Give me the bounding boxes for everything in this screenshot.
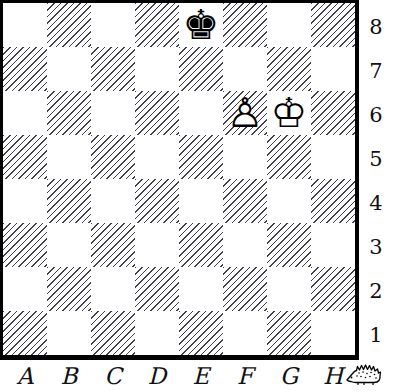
square-c3[interactable] [91,223,135,267]
white-pawn-piece: ♟♙ [223,91,267,135]
rank-label-4: 4 [363,181,389,225]
square-a8[interactable] [3,3,47,47]
white-king-glyph: ♔ [267,91,311,135]
square-e1[interactable] [179,311,223,355]
square-g7[interactable] [267,47,311,91]
file-labels: A B C D E F G H [3,361,355,391]
square-f7[interactable] [223,47,267,91]
square-c2[interactable] [91,267,135,311]
square-g2[interactable] [267,267,311,311]
chess-diagram: ♚♟♙♚♔ 8 7 6 5 4 3 2 1 A B C D E F G H [0,0,406,392]
file-label-a: A [3,361,47,391]
square-f2[interactable] [223,267,267,311]
square-h4[interactable] [311,179,355,223]
square-a4[interactable] [3,179,47,223]
square-f3[interactable] [223,223,267,267]
square-c5[interactable] [91,135,135,179]
square-f1[interactable] [223,311,267,355]
square-h8[interactable] [311,3,355,47]
file-label-f: F [223,361,267,391]
square-a7[interactable] [3,47,47,91]
black-king-glyph: ♚ [179,3,223,47]
square-b7[interactable] [47,47,91,91]
square-b4[interactable] [47,179,91,223]
square-b6[interactable] [47,91,91,135]
chess-board: ♚♟♙♚♔ [0,0,359,360]
white-pawn-glyph: ♙ [223,91,267,135]
rank-label-2: 2 [363,269,389,313]
rank-label-5: 5 [363,137,389,181]
black-king-piece: ♚ [179,3,223,47]
square-e8[interactable]: ♚ [179,3,223,47]
square-e7[interactable] [179,47,223,91]
rank-label-8: 8 [363,5,389,49]
square-b1[interactable] [47,311,91,355]
square-d7[interactable] [135,47,179,91]
rank-labels: 8 7 6 5 4 3 2 1 [363,5,389,357]
square-a6[interactable] [3,91,47,135]
square-e6[interactable] [179,91,223,135]
square-b5[interactable] [47,135,91,179]
square-d6[interactable] [135,91,179,135]
square-a1[interactable] [3,311,47,355]
hedgehog-icon [346,363,384,386]
file-label-d: D [135,361,179,391]
square-d1[interactable] [135,311,179,355]
file-label-g: G [267,361,311,391]
square-d8[interactable] [135,3,179,47]
square-h2[interactable] [311,267,355,311]
square-h3[interactable] [311,223,355,267]
square-d3[interactable] [135,223,179,267]
square-h6[interactable] [311,91,355,135]
rank-label-3: 3 [363,225,389,269]
rank-label-6: 6 [363,93,389,137]
square-h1[interactable] [311,311,355,355]
square-b3[interactable] [47,223,91,267]
square-f8[interactable] [223,3,267,47]
square-c8[interactable] [91,3,135,47]
square-d5[interactable] [135,135,179,179]
square-g3[interactable] [267,223,311,267]
square-c1[interactable] [91,311,135,355]
square-b2[interactable] [47,267,91,311]
white-king-piece: ♚♔ [267,91,311,135]
square-e3[interactable] [179,223,223,267]
square-f6[interactable]: ♟♙ [223,91,267,135]
square-c4[interactable] [91,179,135,223]
square-c7[interactable] [91,47,135,91]
square-g6[interactable]: ♚♔ [267,91,311,135]
file-label-c: C [91,361,135,391]
square-a3[interactable] [3,223,47,267]
square-g4[interactable] [267,179,311,223]
square-b8[interactable] [47,3,91,47]
square-h7[interactable] [311,47,355,91]
square-a5[interactable] [3,135,47,179]
square-a2[interactable] [3,267,47,311]
square-g1[interactable] [267,311,311,355]
square-e5[interactable] [179,135,223,179]
square-g5[interactable] [267,135,311,179]
square-c6[interactable] [91,91,135,135]
square-g8[interactable] [267,3,311,47]
file-label-e: E [179,361,223,391]
square-f5[interactable] [223,135,267,179]
square-h5[interactable] [311,135,355,179]
square-d2[interactable] [135,267,179,311]
square-d4[interactable] [135,179,179,223]
square-e4[interactable] [179,179,223,223]
file-label-b: B [47,361,91,391]
square-e2[interactable] [179,267,223,311]
rank-label-1: 1 [363,313,389,357]
square-f4[interactable] [223,179,267,223]
rank-label-7: 7 [363,49,389,93]
